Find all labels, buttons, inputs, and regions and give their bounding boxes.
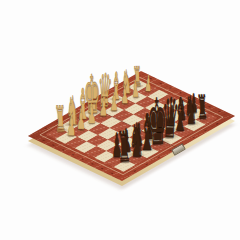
- border-ornament: [159, 83, 162, 85]
- piece-white-pawn: ♟: [77, 106, 86, 135]
- piece-white-pawn: ♟: [121, 84, 129, 109]
- piece-white-pawn: ♟: [66, 111, 76, 141]
- piece-black-rook: ♜: [196, 90, 208, 123]
- piece-white-pawn: ♟: [87, 100, 97, 128]
- border-ornament: [204, 130, 207, 132]
- border-ornament: [192, 136, 195, 138]
- piece-white-pawn: ♟: [110, 89, 118, 115]
- border-ornament: [111, 172, 114, 174]
- piece-white-pawn: ♟: [132, 78, 140, 102]
- border-ornament: [208, 106, 211, 108]
- chess-set-photo: Wooden folding chess set on white backgr…: [0, 0, 240, 240]
- piece-black-rook: ♜: [117, 127, 132, 169]
- border-ornament: [62, 149, 65, 151]
- border-ornament: [218, 111, 221, 113]
- border-ornament: [52, 144, 55, 146]
- border-ornament: [72, 154, 75, 156]
- border-ornament: [91, 163, 94, 165]
- border-ornament: [215, 123, 218, 125]
- border-ornament: [145, 163, 148, 165]
- piece-white-rook: ♜: [54, 101, 67, 137]
- border-ornament: [101, 168, 104, 170]
- border-ornament: [81, 158, 84, 160]
- piece-white-pawn: ♟: [99, 95, 109, 122]
- border-ornament: [42, 140, 45, 142]
- border-ornament: [133, 170, 136, 172]
